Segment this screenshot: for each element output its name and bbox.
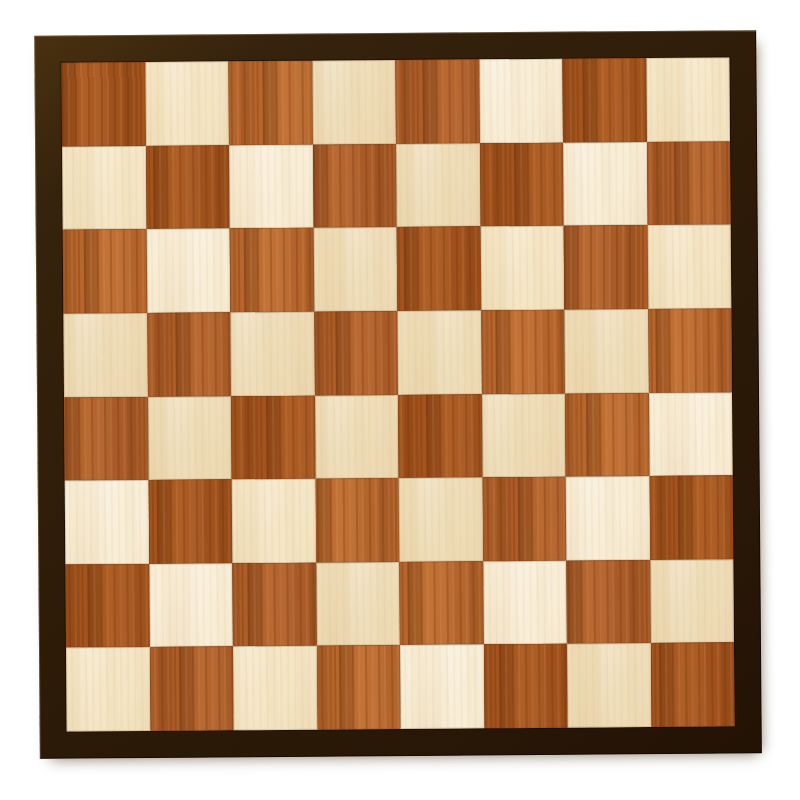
square-b1[interactable] (149, 647, 233, 731)
square-c8[interactable] (228, 61, 312, 145)
square-h4[interactable] (648, 392, 732, 476)
square-g7[interactable] (563, 142, 647, 226)
square-a8[interactable] (61, 62, 145, 146)
square-g3[interactable] (566, 476, 650, 560)
square-h3[interactable] (649, 475, 733, 559)
square-e1[interactable] (400, 645, 484, 729)
square-a6[interactable] (63, 229, 147, 313)
square-d7[interactable] (313, 144, 397, 228)
square-d8[interactable] (312, 60, 396, 144)
square-d2[interactable] (316, 562, 400, 646)
square-b6[interactable] (146, 229, 230, 313)
square-c3[interactable] (232, 479, 316, 563)
square-g6[interactable] (564, 225, 648, 309)
square-b7[interactable] (146, 145, 230, 229)
square-h1[interactable] (650, 643, 734, 727)
square-e3[interactable] (399, 477, 483, 561)
square-g2[interactable] (566, 560, 650, 644)
square-b5[interactable] (147, 312, 231, 396)
square-c1[interactable] (233, 646, 317, 730)
square-g1[interactable] (567, 643, 651, 727)
square-a5[interactable] (63, 313, 147, 397)
square-g8[interactable] (562, 58, 646, 142)
square-e6[interactable] (397, 227, 481, 311)
square-b4[interactable] (148, 396, 232, 480)
square-a3[interactable] (65, 480, 149, 564)
square-f7[interactable] (480, 142, 564, 226)
board-grid (61, 57, 734, 731)
square-g4[interactable] (565, 393, 649, 477)
square-h7[interactable] (647, 141, 731, 225)
square-d6[interactable] (313, 227, 397, 311)
square-f1[interactable] (483, 644, 567, 728)
board-frame (34, 30, 762, 759)
square-h8[interactable] (646, 57, 730, 141)
square-d4[interactable] (315, 395, 399, 479)
square-f2[interactable] (483, 560, 567, 644)
square-b2[interactable] (149, 563, 233, 647)
square-d1[interactable] (316, 645, 400, 729)
square-b3[interactable] (148, 479, 232, 563)
square-a1[interactable] (66, 647, 150, 731)
square-d5[interactable] (314, 311, 398, 395)
square-e4[interactable] (398, 394, 482, 478)
square-c4[interactable] (231, 395, 315, 479)
square-c2[interactable] (232, 562, 316, 646)
square-h6[interactable] (647, 225, 731, 309)
square-a7[interactable] (62, 146, 146, 230)
square-g5[interactable] (564, 309, 648, 393)
square-h5[interactable] (648, 308, 732, 392)
square-f5[interactable] (481, 310, 565, 394)
square-f6[interactable] (480, 226, 564, 310)
square-h2[interactable] (650, 559, 734, 643)
square-e8[interactable] (395, 59, 479, 143)
square-e7[interactable] (396, 143, 480, 227)
square-f4[interactable] (481, 393, 565, 477)
chessboard (34, 30, 762, 759)
square-b8[interactable] (145, 61, 229, 145)
square-e5[interactable] (397, 310, 481, 394)
square-c5[interactable] (230, 312, 314, 396)
square-f3[interactable] (482, 477, 566, 561)
square-c6[interactable] (230, 228, 314, 312)
square-d3[interactable] (315, 478, 399, 562)
square-e2[interactable] (399, 561, 483, 645)
square-a4[interactable] (64, 396, 148, 480)
square-c7[interactable] (229, 144, 313, 228)
square-f8[interactable] (479, 59, 563, 143)
square-a2[interactable] (65, 564, 149, 648)
